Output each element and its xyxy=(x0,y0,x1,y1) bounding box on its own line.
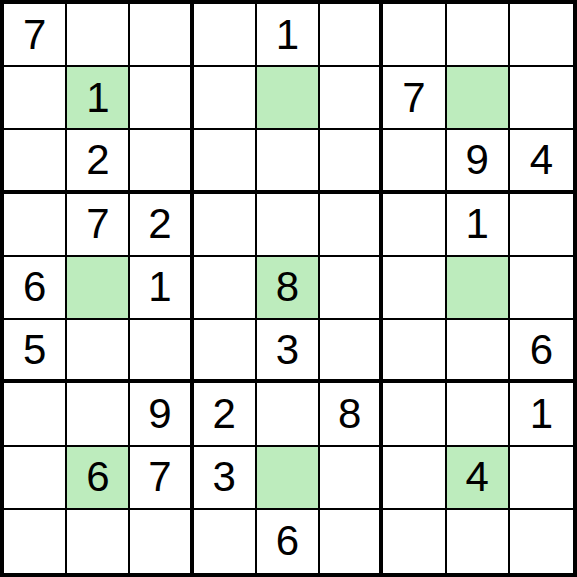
cell-r4c3[interactable]: 2 xyxy=(130,194,193,257)
cell-r1c2[interactable] xyxy=(67,4,130,67)
cell-r6c3[interactable] xyxy=(130,320,193,383)
cell-r6c1[interactable]: 5 xyxy=(4,320,67,383)
cell-r8c8[interactable]: 4 xyxy=(447,447,510,510)
cell-r3c5[interactable] xyxy=(257,130,320,193)
cell-r4c4[interactable] xyxy=(194,194,257,257)
sudoku-board: 7117294721618536928167346 xyxy=(0,0,577,577)
cell-r7c9[interactable]: 1 xyxy=(510,383,573,446)
cell-r8c3[interactable]: 7 xyxy=(130,447,193,510)
cell-r1c9[interactable] xyxy=(510,4,573,67)
cell-r8c6[interactable] xyxy=(320,447,383,510)
cell-r7c8[interactable] xyxy=(447,383,510,446)
cell-r8c5[interactable] xyxy=(257,447,320,510)
cell-r6c7[interactable] xyxy=(383,320,446,383)
cell-r1c7[interactable] xyxy=(383,4,446,67)
cell-r8c7[interactable] xyxy=(383,447,446,510)
cell-r5c2[interactable] xyxy=(67,257,130,320)
cell-r7c2[interactable] xyxy=(67,383,130,446)
cell-r9c6[interactable] xyxy=(320,510,383,573)
cell-r6c4[interactable] xyxy=(194,320,257,383)
cell-r6c5[interactable]: 3 xyxy=(257,320,320,383)
cell-r5c7[interactable] xyxy=(383,257,446,320)
cell-r9c2[interactable] xyxy=(67,510,130,573)
cell-r1c4[interactable] xyxy=(194,4,257,67)
cell-r3c2[interactable]: 2 xyxy=(67,130,130,193)
cell-r8c1[interactable] xyxy=(4,447,67,510)
cell-r4c9[interactable] xyxy=(510,194,573,257)
cell-r3c9[interactable]: 4 xyxy=(510,130,573,193)
cell-r4c5[interactable] xyxy=(257,194,320,257)
cell-r1c3[interactable] xyxy=(130,4,193,67)
cell-r3c6[interactable] xyxy=(320,130,383,193)
cell-r1c6[interactable] xyxy=(320,4,383,67)
cell-r4c2[interactable]: 7 xyxy=(67,194,130,257)
cell-r5c5[interactable]: 8 xyxy=(257,257,320,320)
cell-r7c7[interactable] xyxy=(383,383,446,446)
cell-r4c8[interactable]: 1 xyxy=(447,194,510,257)
cell-r2c2[interactable]: 1 xyxy=(67,67,130,130)
cell-r5c6[interactable] xyxy=(320,257,383,320)
cell-r7c6[interactable]: 8 xyxy=(320,383,383,446)
cell-r9c5[interactable]: 6 xyxy=(257,510,320,573)
cell-r1c1[interactable]: 7 xyxy=(4,4,67,67)
cell-r3c8[interactable]: 9 xyxy=(447,130,510,193)
cell-r5c1[interactable]: 6 xyxy=(4,257,67,320)
cell-r9c3[interactable] xyxy=(130,510,193,573)
cell-r9c1[interactable] xyxy=(4,510,67,573)
cell-r6c2[interactable] xyxy=(67,320,130,383)
cell-r9c8[interactable] xyxy=(447,510,510,573)
cell-r7c4[interactable]: 2 xyxy=(194,383,257,446)
cell-r4c6[interactable] xyxy=(320,194,383,257)
cell-r8c2[interactable]: 6 xyxy=(67,447,130,510)
cell-r2c1[interactable] xyxy=(4,67,67,130)
cell-r8c9[interactable] xyxy=(510,447,573,510)
cell-r6c9[interactable]: 6 xyxy=(510,320,573,383)
cell-r9c7[interactable] xyxy=(383,510,446,573)
cell-r2c4[interactable] xyxy=(194,67,257,130)
cell-r6c6[interactable] xyxy=(320,320,383,383)
cell-r6c8[interactable] xyxy=(447,320,510,383)
cell-r4c7[interactable] xyxy=(383,194,446,257)
cell-r5c3[interactable]: 1 xyxy=(130,257,193,320)
cell-r9c9[interactable] xyxy=(510,510,573,573)
cell-r7c3[interactable]: 9 xyxy=(130,383,193,446)
cell-r5c8[interactable] xyxy=(447,257,510,320)
cell-r1c5[interactable]: 1 xyxy=(257,4,320,67)
cell-r3c3[interactable] xyxy=(130,130,193,193)
cell-r5c9[interactable] xyxy=(510,257,573,320)
cell-r9c4[interactable] xyxy=(194,510,257,573)
cell-r8c4[interactable]: 3 xyxy=(194,447,257,510)
cell-r2c6[interactable] xyxy=(320,67,383,130)
cell-r2c9[interactable] xyxy=(510,67,573,130)
cell-r4c1[interactable] xyxy=(4,194,67,257)
cell-r2c3[interactable] xyxy=(130,67,193,130)
cell-r2c8[interactable] xyxy=(447,67,510,130)
cell-r3c4[interactable] xyxy=(194,130,257,193)
cell-r5c4[interactable] xyxy=(194,257,257,320)
cell-r2c5[interactable] xyxy=(257,67,320,130)
cell-r1c8[interactable] xyxy=(447,4,510,67)
cell-r2c7[interactable]: 7 xyxy=(383,67,446,130)
cell-r7c1[interactable] xyxy=(4,383,67,446)
cell-r7c5[interactable] xyxy=(257,383,320,446)
cell-r3c7[interactable] xyxy=(383,130,446,193)
cell-r3c1[interactable] xyxy=(4,130,67,193)
